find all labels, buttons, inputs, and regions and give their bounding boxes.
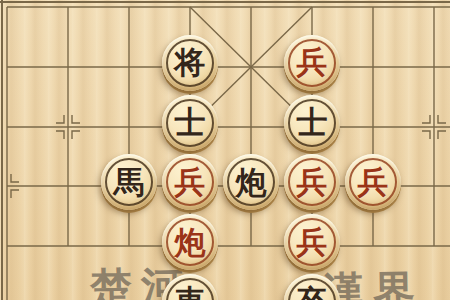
- piece-black-horse[interactable]: 馬: [101, 154, 157, 210]
- piece-glyph: 士: [297, 107, 328, 138]
- piece-glyph: 士: [175, 107, 206, 138]
- piece-red-soldier[interactable]: 兵: [284, 35, 340, 91]
- piece-red-soldier[interactable]: 兵: [345, 154, 401, 210]
- piece-glyph: 炮: [175, 227, 206, 258]
- piece-red-soldier[interactable]: 兵: [284, 154, 340, 210]
- piece-red-soldier[interactable]: 兵: [162, 154, 218, 210]
- piece-black-cannon[interactable]: 炮: [223, 154, 279, 210]
- piece-glyph: 車: [175, 286, 206, 300]
- pieces-layer: 将兵士士馬兵炮兵兵炮兵車卒: [0, 0, 450, 300]
- piece-black-advisor[interactable]: 士: [284, 95, 340, 151]
- piece-glyph: 卒: [297, 286, 328, 300]
- piece-glyph: 兵: [358, 167, 389, 198]
- piece-glyph: 炮: [236, 167, 267, 198]
- piece-glyph: 兵: [297, 167, 328, 198]
- piece-glyph: 兵: [297, 47, 328, 78]
- piece-glyph: 馬: [114, 167, 145, 198]
- piece-glyph: 将: [175, 47, 206, 78]
- piece-black-soldier[interactable]: 卒: [284, 274, 340, 300]
- piece-black-general[interactable]: 将: [162, 35, 218, 91]
- piece-black-chariot[interactable]: 車: [162, 274, 218, 300]
- piece-red-soldier[interactable]: 兵: [284, 214, 340, 270]
- piece-red-cannon[interactable]: 炮: [162, 214, 218, 270]
- xiangqi-board[interactable]: 楚河 漢界 将兵士士馬兵炮兵兵炮兵車卒: [0, 0, 450, 300]
- piece-glyph: 兵: [297, 227, 328, 258]
- piece-glyph: 兵: [175, 167, 206, 198]
- piece-black-advisor[interactable]: 士: [162, 95, 218, 151]
